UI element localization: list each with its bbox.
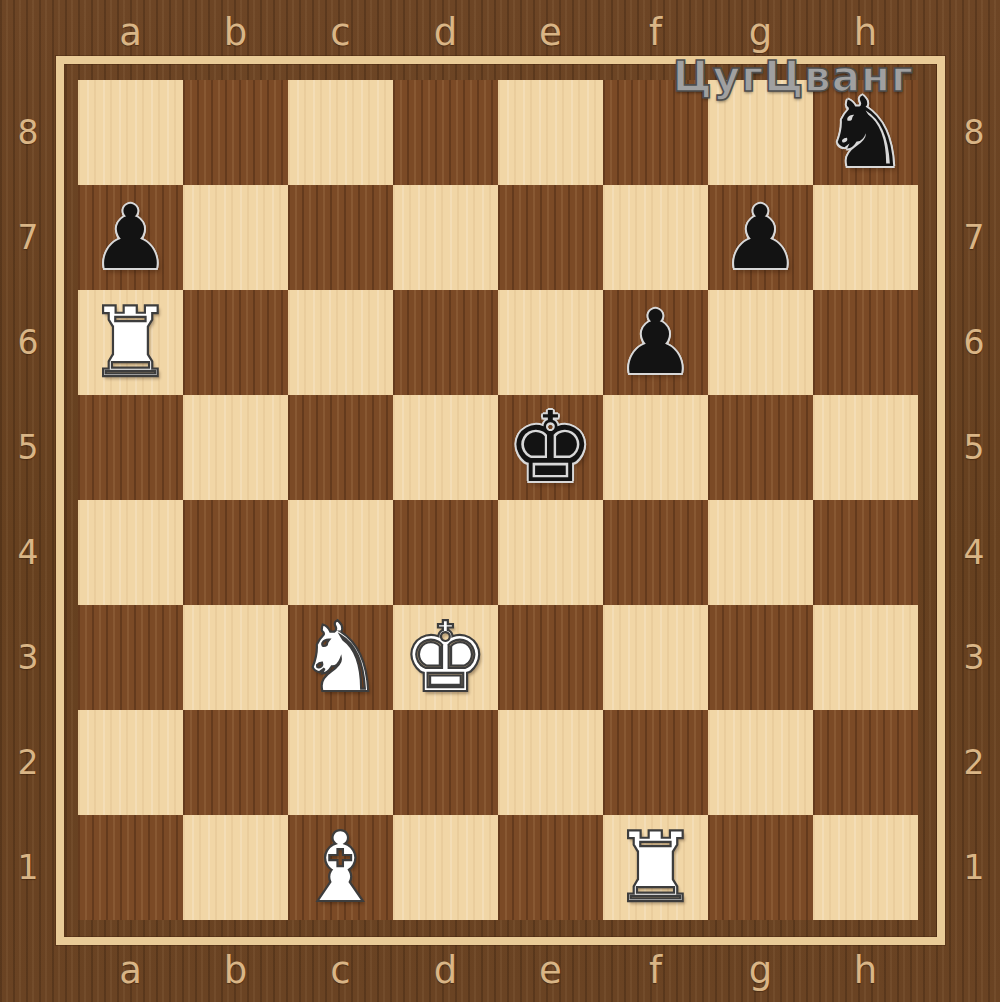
- square-e3[interactable]: [498, 605, 603, 710]
- square-g2[interactable]: [708, 710, 813, 815]
- piece-white-rook-a6[interactable]: ♜: [78, 290, 183, 395]
- square-d5[interactable]: [393, 395, 498, 500]
- piece-white-rook-f1[interactable]: ♜: [603, 815, 708, 920]
- file-label-top-f: f: [603, 10, 708, 54]
- square-e6[interactable]: [498, 290, 603, 395]
- square-g1[interactable]: [708, 815, 813, 920]
- square-h2[interactable]: [813, 710, 918, 815]
- square-e4[interactable]: [498, 500, 603, 605]
- file-label-bottom-d: d: [393, 948, 498, 992]
- watermark: ЦугЦванг: [673, 52, 914, 101]
- square-h4[interactable]: [813, 500, 918, 605]
- square-f7[interactable]: [603, 185, 708, 290]
- file-label-top-e: e: [498, 10, 603, 54]
- file-label-bottom-h: h: [813, 948, 918, 992]
- file-label-top-c: c: [288, 10, 393, 54]
- square-c2[interactable]: [288, 710, 393, 815]
- file-label-bottom-g: g: [708, 948, 813, 992]
- square-c8[interactable]: [288, 80, 393, 185]
- square-d2[interactable]: [393, 710, 498, 815]
- piece-black-king-e5[interactable]: ♚: [498, 395, 603, 500]
- rank-label-right-5: 5: [952, 395, 996, 500]
- square-c5[interactable]: [288, 395, 393, 500]
- file-label-top-d: d: [393, 10, 498, 54]
- file-label-top-g: g: [708, 10, 813, 54]
- rank-label-right-6: 6: [952, 290, 996, 395]
- square-e2[interactable]: [498, 710, 603, 815]
- piece-black-pawn-f6[interactable]: ♟: [603, 290, 708, 395]
- rank-label-right-4: 4: [952, 500, 996, 605]
- square-b5[interactable]: [183, 395, 288, 500]
- square-b1[interactable]: [183, 815, 288, 920]
- rank-label-left-3: 3: [6, 605, 50, 710]
- file-label-top-a: a: [78, 10, 183, 54]
- square-d6[interactable]: [393, 290, 498, 395]
- square-b6[interactable]: [183, 290, 288, 395]
- square-d4[interactable]: [393, 500, 498, 605]
- square-h3[interactable]: [813, 605, 918, 710]
- rank-label-left-4: 4: [6, 500, 50, 605]
- file-label-top-h: h: [813, 10, 918, 54]
- rank-label-right-2: 2: [952, 710, 996, 815]
- square-e1[interactable]: [498, 815, 603, 920]
- rank-label-right-7: 7: [952, 185, 996, 290]
- file-label-bottom-f: f: [603, 948, 708, 992]
- square-f5[interactable]: [603, 395, 708, 500]
- square-h1[interactable]: [813, 815, 918, 920]
- rank-label-left-1: 1: [6, 815, 50, 920]
- piece-white-bishop-c1[interactable]: ♝: [288, 815, 393, 920]
- square-a1[interactable]: [78, 815, 183, 920]
- rank-label-left-7: 7: [6, 185, 50, 290]
- rank-label-left-6: 6: [6, 290, 50, 395]
- square-b3[interactable]: [183, 605, 288, 710]
- square-b2[interactable]: [183, 710, 288, 815]
- square-a2[interactable]: [78, 710, 183, 815]
- square-g6[interactable]: [708, 290, 813, 395]
- chessboard-photo: ♞♟♟♜♟♚♞♚♝♜ aabbccddeeffgghh8877665544332…: [0, 0, 1000, 1002]
- file-label-bottom-c: c: [288, 948, 393, 992]
- square-a4[interactable]: [78, 500, 183, 605]
- square-h5[interactable]: [813, 395, 918, 500]
- piece-black-pawn-a7[interactable]: ♟: [78, 185, 183, 290]
- square-f3[interactable]: [603, 605, 708, 710]
- piece-black-pawn-g7[interactable]: ♟: [708, 185, 813, 290]
- square-b4[interactable]: [183, 500, 288, 605]
- piece-white-king-d3[interactable]: ♚: [393, 605, 498, 710]
- square-c4[interactable]: [288, 500, 393, 605]
- square-h6[interactable]: [813, 290, 918, 395]
- file-label-bottom-b: b: [183, 948, 288, 992]
- square-b8[interactable]: [183, 80, 288, 185]
- rank-label-right-1: 1: [952, 815, 996, 920]
- piece-white-knight-c3[interactable]: ♞: [288, 605, 393, 710]
- square-d1[interactable]: [393, 815, 498, 920]
- square-b7[interactable]: [183, 185, 288, 290]
- square-f4[interactable]: [603, 500, 708, 605]
- file-label-bottom-a: a: [78, 948, 183, 992]
- square-c6[interactable]: [288, 290, 393, 395]
- square-f2[interactable]: [603, 710, 708, 815]
- square-a3[interactable]: [78, 605, 183, 710]
- rank-label-right-8: 8: [952, 80, 996, 185]
- rank-label-left-5: 5: [6, 395, 50, 500]
- square-a8[interactable]: [78, 80, 183, 185]
- square-e7[interactable]: [498, 185, 603, 290]
- square-e8[interactable]: [498, 80, 603, 185]
- file-label-top-b: b: [183, 10, 288, 54]
- square-a5[interactable]: [78, 395, 183, 500]
- square-c7[interactable]: [288, 185, 393, 290]
- square-g5[interactable]: [708, 395, 813, 500]
- square-g3[interactable]: [708, 605, 813, 710]
- square-d7[interactable]: [393, 185, 498, 290]
- rank-label-right-3: 3: [952, 605, 996, 710]
- square-h7[interactable]: [813, 185, 918, 290]
- rank-label-left-8: 8: [6, 80, 50, 185]
- square-d8[interactable]: [393, 80, 498, 185]
- square-g4[interactable]: [708, 500, 813, 605]
- file-label-bottom-e: e: [498, 948, 603, 992]
- rank-label-left-2: 2: [6, 710, 50, 815]
